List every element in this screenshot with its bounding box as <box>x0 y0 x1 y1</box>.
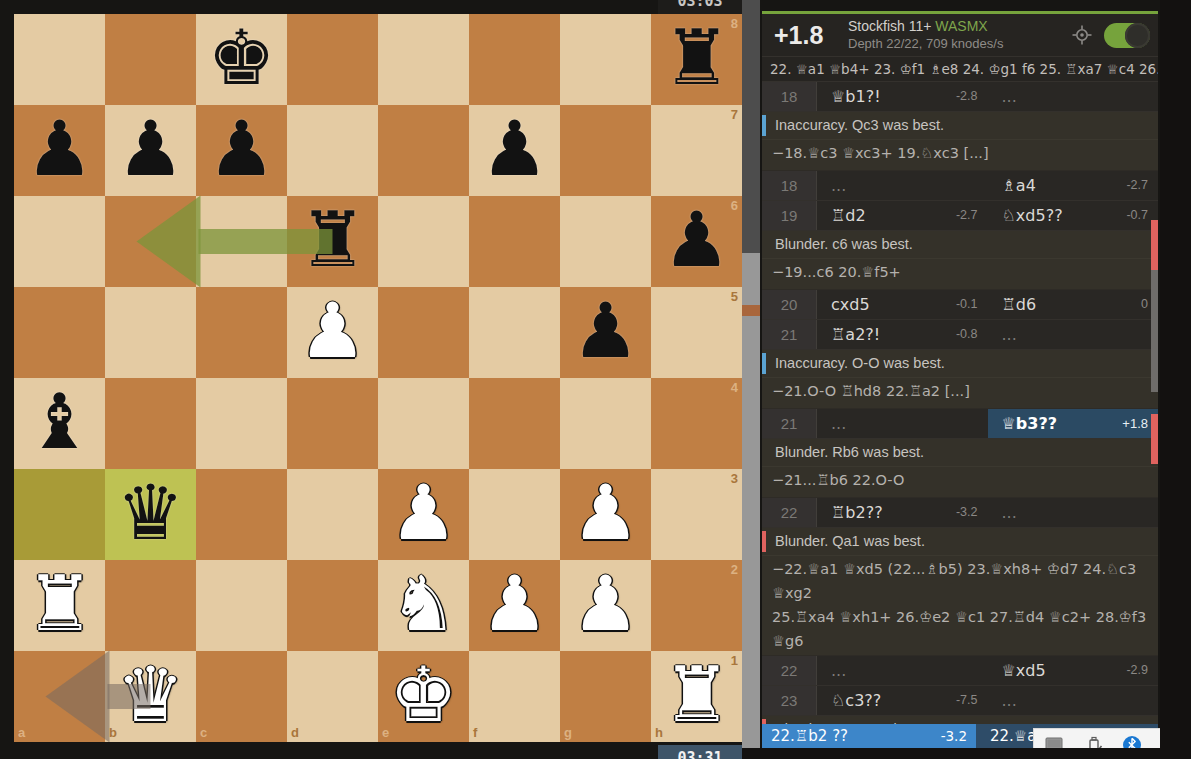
square-c1[interactable]: c <box>196 651 287 742</box>
square-h5[interactable]: 5 <box>651 287 742 378</box>
san-text: ♕xd5 <box>1002 656 1046 685</box>
square-f8[interactable] <box>469 14 560 105</box>
white-king-e1: ♚ <box>378 651 469 742</box>
white-move[interactable]: ... <box>817 171 988 200</box>
white-move[interactable]: ♖b2??-3.2 <box>817 498 988 527</box>
black-move[interactable]: ... <box>988 320 1159 349</box>
square-e6[interactable] <box>378 196 469 287</box>
square-a5[interactable] <box>14 287 105 378</box>
square-b6[interactable] <box>105 196 196 287</box>
white-knight-e2: ♞ <box>378 560 469 651</box>
square-a1[interactable]: a <box>14 651 105 742</box>
engine-depth: Depth 22/22, 709 knodes/s <box>848 36 1072 52</box>
bottom-gutter <box>742 748 1160 759</box>
square-h2[interactable]: 2 <box>651 560 742 651</box>
san-text: ... <box>1002 498 1017 527</box>
square-d3[interactable] <box>287 469 378 560</box>
file-label-c: c <box>200 725 207 740</box>
square-c5[interactable] <box>196 287 287 378</box>
black-pawn-h6: ♟ <box>651 196 742 287</box>
black-move[interactable]: ♖d60 <box>988 290 1159 319</box>
square-f4[interactable] <box>469 378 560 469</box>
engine-eval: +1.8 <box>774 21 848 50</box>
square-h6[interactable]: ♟6 <box>651 196 742 287</box>
analysis-screen: ♚♜8♟♟♟♟7♜♟6♟♟5♝4♛♟♟3♜♞♟♟2a♛bcd♚efg♜h1 03… <box>0 0 1191 759</box>
san-text: ♖d6 <box>1002 290 1037 319</box>
black-rook-h8: ♜ <box>651 14 742 105</box>
square-b3[interactable]: ♛ <box>105 469 196 560</box>
blunder-marker <box>1151 414 1158 464</box>
black-move[interactable]: ♘xd5??-0.7 <box>988 201 1159 230</box>
rank-label-2: 2 <box>731 562 738 577</box>
move-number: 22 <box>762 656 817 685</box>
move-row: 21...♕b3??+1.8 <box>762 409 1158 439</box>
san-text: ♖d2 <box>831 201 866 230</box>
black-move[interactable]: ♕b3??+1.8 <box>988 409 1159 438</box>
square-e7[interactable] <box>378 105 469 196</box>
square-a4[interactable]: ♝ <box>14 378 105 469</box>
square-d6[interactable]: ♜ <box>287 196 378 287</box>
black-rook-d6: ♜ <box>287 196 378 287</box>
white-move[interactable]: ♖a2?!-0.8 <box>817 320 988 349</box>
white-clock: 03:31 <box>658 745 742 759</box>
san-text: ... <box>1002 320 1017 349</box>
square-c8[interactable]: ♚ <box>196 14 287 105</box>
file-label-h: h <box>655 725 663 740</box>
square-d8[interactable] <box>287 14 378 105</box>
rank-label-8: 8 <box>731 16 738 31</box>
square-h7[interactable]: 7 <box>651 105 742 196</box>
page-scrollbar-thumb[interactable] <box>742 253 760 759</box>
square-d1[interactable]: d <box>287 651 378 742</box>
rank-label-4: 4 <box>731 380 738 395</box>
square-b2[interactable] <box>105 560 196 651</box>
move-number: 20 <box>762 290 817 319</box>
move-eval: -2.7 <box>1126 171 1148 200</box>
square-c6[interactable] <box>196 196 287 287</box>
white-move[interactable]: ... <box>817 656 988 685</box>
square-c7[interactable]: ♟ <box>196 105 287 196</box>
san-text: ♕b1?! <box>831 82 881 111</box>
variation-line[interactable]: −21...♖b6 22.O-O <box>762 467 1158 498</box>
engine-name: Stockfish 11+ <box>848 18 931 34</box>
san-text: ♗a4 <box>1002 171 1036 200</box>
black-pawn-a7: ♟ <box>14 105 105 196</box>
white-rook-a2: ♜ <box>14 560 105 651</box>
rank-label-3: 3 <box>731 471 738 486</box>
square-a8[interactable] <box>14 14 105 105</box>
square-e8[interactable] <box>378 14 469 105</box>
black-pawn-b7: ♟ <box>105 105 196 196</box>
san-text: ... <box>831 656 846 685</box>
white-pawn-f2: ♟ <box>469 560 560 651</box>
san-text: ♖a2?! <box>831 320 880 349</box>
square-b1[interactable]: ♛b <box>105 651 196 742</box>
square-f2[interactable]: ♟ <box>469 560 560 651</box>
square-h3[interactable]: 3 <box>651 469 742 560</box>
san-text: ... <box>1002 686 1017 715</box>
black-pawn-c7: ♟ <box>196 105 287 196</box>
move-eval: -2.8 <box>956 82 978 111</box>
move-row: 23♘c3??-7.5... <box>762 686 1158 716</box>
move-eval: -0.7 <box>1126 201 1148 230</box>
file-label-g: g <box>564 725 572 740</box>
san-text: ♕b3?? <box>1002 409 1058 438</box>
square-b5[interactable] <box>105 287 196 378</box>
white-move[interactable]: ♘c3??-7.5 <box>817 686 988 715</box>
black-pawn-g5: ♟ <box>560 287 651 378</box>
black-pawn-f7: ♟ <box>469 105 560 196</box>
judgment-comment: Blunder. Qa1 was best. <box>762 528 1158 556</box>
move-number: 21 <box>762 409 817 438</box>
square-h8[interactable]: ♜8 <box>651 14 742 105</box>
move-eval: -2.9 <box>1126 656 1148 685</box>
page-scrollbar-marker <box>742 305 760 316</box>
engine-panel: +1.8 Stockfish 11+ WASMX Depth 22/22, 70… <box>762 11 1158 759</box>
square-e4[interactable] <box>378 378 469 469</box>
rank-label-7: 7 <box>731 107 738 122</box>
move-row: 20cxd5-0.1♖d60 <box>762 290 1158 320</box>
rank-label-1: 1 <box>731 653 738 668</box>
move-eval: -2.7 <box>956 201 978 230</box>
square-b4[interactable] <box>105 378 196 469</box>
white-pawn-e3: ♟ <box>378 469 469 560</box>
square-g8[interactable] <box>560 14 651 105</box>
white-pawn-d5: ♟ <box>287 287 378 378</box>
move-eval: -0.8 <box>956 320 978 349</box>
square-a6[interactable] <box>14 196 105 287</box>
file-label-d: d <box>291 725 299 740</box>
square-f1[interactable]: f <box>469 651 560 742</box>
black-move[interactable]: ... <box>988 82 1159 111</box>
right-gutter <box>1160 0 1191 759</box>
variation-line[interactable]: −19...c6 20.♕f5+ <box>762 259 1158 290</box>
square-g1[interactable]: g <box>560 651 651 742</box>
square-a2[interactable]: ♜ <box>14 560 105 651</box>
move-row: 18...♗a4-2.7 <box>762 171 1158 201</box>
white-move[interactable]: cxd5-0.1 <box>817 290 988 319</box>
page-scrollbar[interactable] <box>742 0 760 759</box>
engine-name-block: Stockfish 11+ WASMX Depth 22/22, 709 kno… <box>848 18 1072 52</box>
square-g5[interactable]: ♟ <box>560 287 651 378</box>
move-eval: -7.5 <box>956 686 978 715</box>
square-d5[interactable]: ♟ <box>287 287 378 378</box>
square-g3[interactable]: ♟ <box>560 469 651 560</box>
white-move[interactable]: ♖d2-2.7 <box>817 201 988 230</box>
san-text: cxd5 <box>831 290 870 319</box>
move-number: 22 <box>762 498 817 527</box>
square-f3[interactable] <box>469 469 560 560</box>
blunder-marker <box>1151 220 1158 270</box>
move-number: 18 <box>762 82 817 111</box>
black-move[interactable]: ... <box>988 498 1159 527</box>
san-text: ... <box>1002 82 1017 111</box>
square-b8[interactable] <box>105 14 196 105</box>
file-label-f: f <box>473 725 477 740</box>
judgment-comment: Inaccuracy. O-O was best. <box>762 350 1158 378</box>
square-e1[interactable]: ♚e <box>378 651 469 742</box>
square-g6[interactable] <box>560 196 651 287</box>
white-pawn-g2: ♟ <box>560 560 651 651</box>
square-b7[interactable]: ♟ <box>105 105 196 196</box>
black-clock: 03:03 <box>658 0 742 14</box>
white-move[interactable]: ... <box>817 409 988 438</box>
move-list: 18♕b1?!-2.8...Inaccuracy. Qc3 was best.−… <box>762 82 1158 759</box>
black-queen-b3: ♛ <box>105 469 196 560</box>
move-row: 22♖b2??-3.2... <box>762 498 1158 528</box>
played-move-eval: -3.2 <box>941 728 967 744</box>
white-rook-h1: ♜ <box>651 651 742 742</box>
chess-board[interactable]: ♚♜8♟♟♟♟7♜♟6♟♟5♝4♛♟♟3♜♞♟♟2a♛bcd♚efg♜h1 <box>14 14 742 742</box>
square-c4[interactable] <box>196 378 287 469</box>
played-move-chip[interactable]: 22.♖b2 ?? -3.2 <box>762 724 976 748</box>
file-label-b: b <box>109 725 117 740</box>
judgment-comment: Blunder. c6 was best. <box>762 231 1158 259</box>
engine-pv-line[interactable]: 22. ♕a1 ♕b4+ 23. ♔f1 ♗e8 24. ♔g1 f6 25. … <box>762 56 1158 82</box>
square-d4[interactable] <box>287 378 378 469</box>
white-pawn-g3: ♟ <box>560 469 651 560</box>
square-d2[interactable] <box>287 560 378 651</box>
square-d7[interactable] <box>287 105 378 196</box>
san-text: ♘c3?? <box>831 686 881 715</box>
black-bishop-a4: ♝ <box>14 378 105 469</box>
judgment-comment: Inaccuracy. Qc3 was best. <box>762 112 1158 140</box>
square-f6[interactable] <box>469 196 560 287</box>
move-eval: -0.1 <box>956 290 978 319</box>
san-text: ♖b2?? <box>831 498 883 527</box>
square-g2[interactable]: ♟ <box>560 560 651 651</box>
black-king-c8: ♚ <box>196 14 287 105</box>
move-row: 18♕b1?!-2.8... <box>762 82 1158 112</box>
move-row: 19♖d2-2.7♘xd5??-0.7 <box>762 201 1158 231</box>
white-queen-b1: ♛ <box>105 651 196 742</box>
square-g4[interactable] <box>560 378 651 469</box>
square-a3[interactable] <box>14 469 105 560</box>
played-move-label: 22.♖b2 ?? <box>771 727 848 745</box>
rank-label-6: 6 <box>731 198 738 213</box>
move-number: 21 <box>762 320 817 349</box>
black-move[interactable]: ♗a4-2.7 <box>988 171 1159 200</box>
square-f7[interactable]: ♟ <box>469 105 560 196</box>
black-move[interactable]: ... <box>988 686 1159 715</box>
file-label-e: e <box>382 725 389 740</box>
move-row: 22...♕xd5-2.9 <box>762 656 1158 686</box>
variation-line[interactable]: −21.O-O ♖hd8 22.♖a2 [...] <box>762 378 1158 409</box>
square-e5[interactable] <box>378 287 469 378</box>
san-text: ... <box>831 171 846 200</box>
san-text: ... <box>831 409 846 438</box>
move-row: 21♖a2?!-0.8... <box>762 320 1158 350</box>
variation-line[interactable]: −22.♕a1 ♕xd5 (22...♗b5) 23.♕xh8+ ♔d7 24.… <box>762 556 1158 656</box>
focus-target-icon[interactable] <box>1072 25 1092 45</box>
square-h4[interactable]: 4 <box>651 378 742 469</box>
rank-label-5: 5 <box>731 289 738 304</box>
square-f5[interactable] <box>469 287 560 378</box>
variation-line[interactable]: −18.♕c3 ♕xc3+ 19.♘xc3 [...] <box>762 140 1158 171</box>
square-h1[interactable]: ♜h1 <box>651 651 742 742</box>
move-number: 23 <box>762 686 817 715</box>
square-g7[interactable] <box>560 105 651 196</box>
san-text: ♘xd5?? <box>1002 201 1063 230</box>
file-label-a: a <box>18 725 25 740</box>
square-c3[interactable] <box>196 469 287 560</box>
engine-header: +1.8 Stockfish 11+ WASMX Depth 22/22, 70… <box>762 14 1158 56</box>
move-eval: 0 <box>1141 290 1148 319</box>
engine-toggle-knob <box>1125 23 1150 48</box>
engine-tag: WASMX <box>935 18 987 34</box>
square-e2[interactable]: ♞ <box>378 560 469 651</box>
move-eval: +1.8 <box>1122 409 1148 438</box>
black-move[interactable]: ♕xd5-2.9 <box>988 656 1159 685</box>
move-number: 19 <box>762 201 817 230</box>
square-e3[interactable]: ♟ <box>378 469 469 560</box>
move-eval: -3.2 <box>956 498 978 527</box>
square-c2[interactable] <box>196 560 287 651</box>
move-number: 18 <box>762 171 817 200</box>
judgment-comment: Blunder. Rb6 was best. <box>762 439 1158 467</box>
engine-toggle[interactable] <box>1104 23 1150 48</box>
square-a7[interactable]: ♟ <box>14 105 105 196</box>
white-move[interactable]: ♕b1?!-2.8 <box>817 82 988 111</box>
